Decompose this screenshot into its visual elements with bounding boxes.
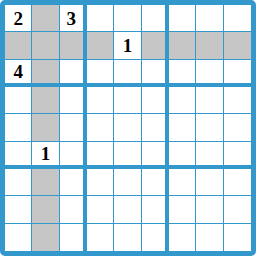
cell-r4c8[interactable] (224, 114, 251, 141)
cell-r1c0[interactable] (5, 32, 32, 59)
cell-r8c2[interactable] (60, 224, 87, 251)
cell-r5c7[interactable] (196, 142, 223, 169)
cell-r6c8[interactable] (224, 169, 251, 196)
cell-r1c2[interactable] (60, 32, 87, 59)
cell-r3c7[interactable] (196, 87, 223, 114)
cell-r8c7[interactable] (196, 224, 223, 251)
cell-r0c0[interactable]: 2 (5, 5, 32, 32)
cell-r7c0[interactable] (5, 196, 32, 223)
cell-r1c5[interactable] (142, 32, 169, 59)
cell-r3c3[interactable] (87, 87, 114, 114)
cell-r7c7[interactable] (196, 196, 223, 223)
cell-r2c2[interactable] (60, 60, 87, 87)
cell-r1c7[interactable] (196, 32, 223, 59)
cell-r0c8[interactable] (224, 5, 251, 32)
sudoku-board: 23141 (0, 0, 256, 256)
cell-r4c2[interactable] (60, 114, 87, 141)
cell-r2c1[interactable] (32, 60, 59, 87)
cell-r3c6[interactable] (169, 87, 196, 114)
cell-r6c4[interactable] (114, 169, 141, 196)
cell-r0c4[interactable] (114, 5, 141, 32)
cell-r3c8[interactable] (224, 87, 251, 114)
cell-r1c3[interactable] (87, 32, 114, 59)
cell-r5c4[interactable] (114, 142, 141, 169)
cell-r2c3[interactable] (87, 60, 114, 87)
cell-r8c3[interactable] (87, 224, 114, 251)
cell-r6c1[interactable] (32, 169, 59, 196)
cell-r1c8[interactable] (224, 32, 251, 59)
cell-r6c5[interactable] (142, 169, 169, 196)
cell-r5c2[interactable] (60, 142, 87, 169)
cell-r5c8[interactable] (224, 142, 251, 169)
cell-r0c1[interactable] (32, 5, 59, 32)
cell-r4c3[interactable] (87, 114, 114, 141)
cell-r2c5[interactable] (142, 60, 169, 87)
cell-r8c4[interactable] (114, 224, 141, 251)
cell-r7c3[interactable] (87, 196, 114, 223)
cell-r8c8[interactable] (224, 224, 251, 251)
cell-r7c2[interactable] (60, 196, 87, 223)
cell-r4c6[interactable] (169, 114, 196, 141)
cell-r4c5[interactable] (142, 114, 169, 141)
cell-r5c6[interactable] (169, 142, 196, 169)
cell-r2c4[interactable] (114, 60, 141, 87)
cell-r4c7[interactable] (196, 114, 223, 141)
cell-r1c1[interactable] (32, 32, 59, 59)
cell-r1c4[interactable]: 1 (114, 32, 141, 59)
sudoku-grid: 23141 (5, 5, 251, 251)
cell-r3c5[interactable] (142, 87, 169, 114)
cell-r8c1[interactable] (32, 224, 59, 251)
cell-r6c3[interactable] (87, 169, 114, 196)
cell-r7c8[interactable] (224, 196, 251, 223)
cell-r5c0[interactable] (5, 142, 32, 169)
cell-r0c2[interactable]: 3 (60, 5, 87, 32)
cell-r8c5[interactable] (142, 224, 169, 251)
cell-r3c4[interactable] (114, 87, 141, 114)
cell-r6c0[interactable] (5, 169, 32, 196)
cell-r7c4[interactable] (114, 196, 141, 223)
cell-r5c3[interactable] (87, 142, 114, 169)
cell-r6c7[interactable] (196, 169, 223, 196)
cell-r5c5[interactable] (142, 142, 169, 169)
cell-r6c6[interactable] (169, 169, 196, 196)
cell-r7c5[interactable] (142, 196, 169, 223)
cell-r8c0[interactable] (5, 224, 32, 251)
cell-r6c2[interactable] (60, 169, 87, 196)
cell-r0c7[interactable] (196, 5, 223, 32)
cell-r0c3[interactable] (87, 5, 114, 32)
cell-r2c7[interactable] (196, 60, 223, 87)
cell-r4c0[interactable] (5, 114, 32, 141)
cell-r2c8[interactable] (224, 60, 251, 87)
cell-r0c6[interactable] (169, 5, 196, 32)
cell-r3c0[interactable] (5, 87, 32, 114)
cell-r0c5[interactable] (142, 5, 169, 32)
cell-r3c1[interactable] (32, 87, 59, 114)
cell-r5c1[interactable]: 1 (32, 142, 59, 169)
cell-r2c0[interactable]: 4 (5, 60, 32, 87)
cell-r4c1[interactable] (32, 114, 59, 141)
cell-r2c6[interactable] (169, 60, 196, 87)
cell-r1c6[interactable] (169, 32, 196, 59)
cell-r8c6[interactable] (169, 224, 196, 251)
cell-r3c2[interactable] (60, 87, 87, 114)
cell-r7c1[interactable] (32, 196, 59, 223)
cell-r7c6[interactable] (169, 196, 196, 223)
cell-r4c4[interactable] (114, 114, 141, 141)
